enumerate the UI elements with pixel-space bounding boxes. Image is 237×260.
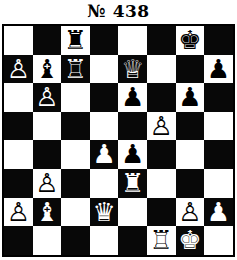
black-pawn-h7: ♟ [207,55,230,84]
square-e8 [118,26,147,55]
square-g1: ♚ [176,226,205,255]
square-g8: ♚ [176,26,205,55]
black-pawn-b6: ♙ [35,83,58,112]
white-pawn-a2: ♙ [7,198,30,227]
square-f1: ♖ [147,226,176,255]
square-h4 [204,140,233,169]
diagram-title: № 438 [0,0,237,22]
square-c2 [61,198,90,227]
square-g7 [176,55,205,84]
square-d4: ♟ [90,140,119,169]
square-f8 [147,26,176,55]
square-f2 [147,198,176,227]
square-d3 [90,169,119,198]
square-e1 [118,226,147,255]
white-pawn-g2: ♙ [178,198,201,227]
square-f4 [147,140,176,169]
square-d2: ♛ [90,198,119,227]
white-bishop-b2: ♝ [35,198,58,227]
square-b1 [33,226,62,255]
square-a8 [4,26,33,55]
square-g2: ♙ [176,198,205,227]
white-queen-d2: ♛ [92,198,115,227]
square-f3 [147,169,176,198]
square-c3 [61,169,90,198]
white-pawn-h2: ♟ [207,198,230,227]
square-f6 [147,83,176,112]
square-c7: ♖ [61,55,90,84]
white-rook-e3: ♜ [121,169,144,198]
square-a2: ♙ [4,198,33,227]
white-rook-f1: ♖ [150,226,173,255]
square-c5 [61,112,90,141]
square-b6: ♙ [33,83,62,112]
square-c6 [61,83,90,112]
square-g3 [176,169,205,198]
square-h2: ♟ [204,198,233,227]
square-h1 [204,226,233,255]
square-b8 [33,26,62,55]
square-e3: ♜ [118,169,147,198]
black-pawn-e4: ♟ [121,140,144,169]
square-h5 [204,112,233,141]
square-a4 [4,140,33,169]
black-king-g8: ♚ [178,26,201,55]
black-pawn-e6: ♟ [121,83,144,112]
square-d8 [90,26,119,55]
square-c1 [61,226,90,255]
square-c4 [61,140,90,169]
square-b3: ♙ [33,169,62,198]
square-f7 [147,55,176,84]
square-a5 [4,112,33,141]
square-d5 [90,112,119,141]
square-g4 [176,140,205,169]
square-h8 [204,26,233,55]
square-b2: ♝ [33,198,62,227]
square-a1 [4,226,33,255]
square-d6 [90,83,119,112]
square-b4 [33,140,62,169]
white-pawn-b3: ♙ [35,169,58,198]
white-pawn-d4: ♟ [92,140,115,169]
square-d1 [90,226,119,255]
square-b7: ♝ [33,55,62,84]
square-d7 [90,55,119,84]
square-e2 [118,198,147,227]
square-b5 [33,112,62,141]
square-g6: ♟ [176,83,205,112]
square-h7: ♟ [204,55,233,84]
square-a7: ♙ [4,55,33,84]
chess-board: ♜♚♙♝♖♕♟♙♟♟♙♟♟♙♜♙♝♛♙♟♖♚ [2,24,235,257]
square-e6: ♟ [118,83,147,112]
black-rook-c8: ♜ [64,26,87,55]
square-h6 [204,83,233,112]
black-pawn-g6: ♟ [178,83,201,112]
black-pawn-a7: ♙ [7,55,30,84]
square-e4: ♟ [118,140,147,169]
black-bishop-b7: ♝ [35,55,58,84]
square-g5 [176,112,205,141]
square-c8: ♜ [61,26,90,55]
white-pawn-f5: ♙ [150,112,173,141]
square-h3 [204,169,233,198]
square-e7: ♕ [118,55,147,84]
square-a3 [4,169,33,198]
white-king-g1: ♚ [178,226,201,255]
black-rook-c7: ♖ [64,55,87,84]
square-e5 [118,112,147,141]
black-queen-e7: ♕ [121,55,144,84]
square-f5: ♙ [147,112,176,141]
square-a6 [4,83,33,112]
